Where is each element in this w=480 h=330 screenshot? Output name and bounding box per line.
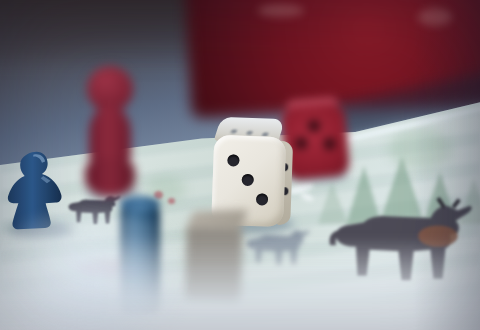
red-pawn-base [85, 158, 135, 196]
blue-cylinder-top [120, 196, 160, 212]
green-foliage-blob [388, 128, 452, 170]
red-die-pip [307, 120, 320, 133]
white-die-pip [227, 154, 239, 166]
white-die-pip [256, 193, 268, 205]
box-logo-smudge [258, 4, 304, 17]
boardgame-photo [0, 0, 480, 330]
red-pawn [82, 66, 138, 196]
red-die-pip [295, 137, 308, 150]
box-logo-smudge [418, 8, 452, 26]
red-board-speck [168, 198, 175, 204]
white-die-pip [242, 174, 254, 186]
red-die-pip [323, 137, 336, 150]
